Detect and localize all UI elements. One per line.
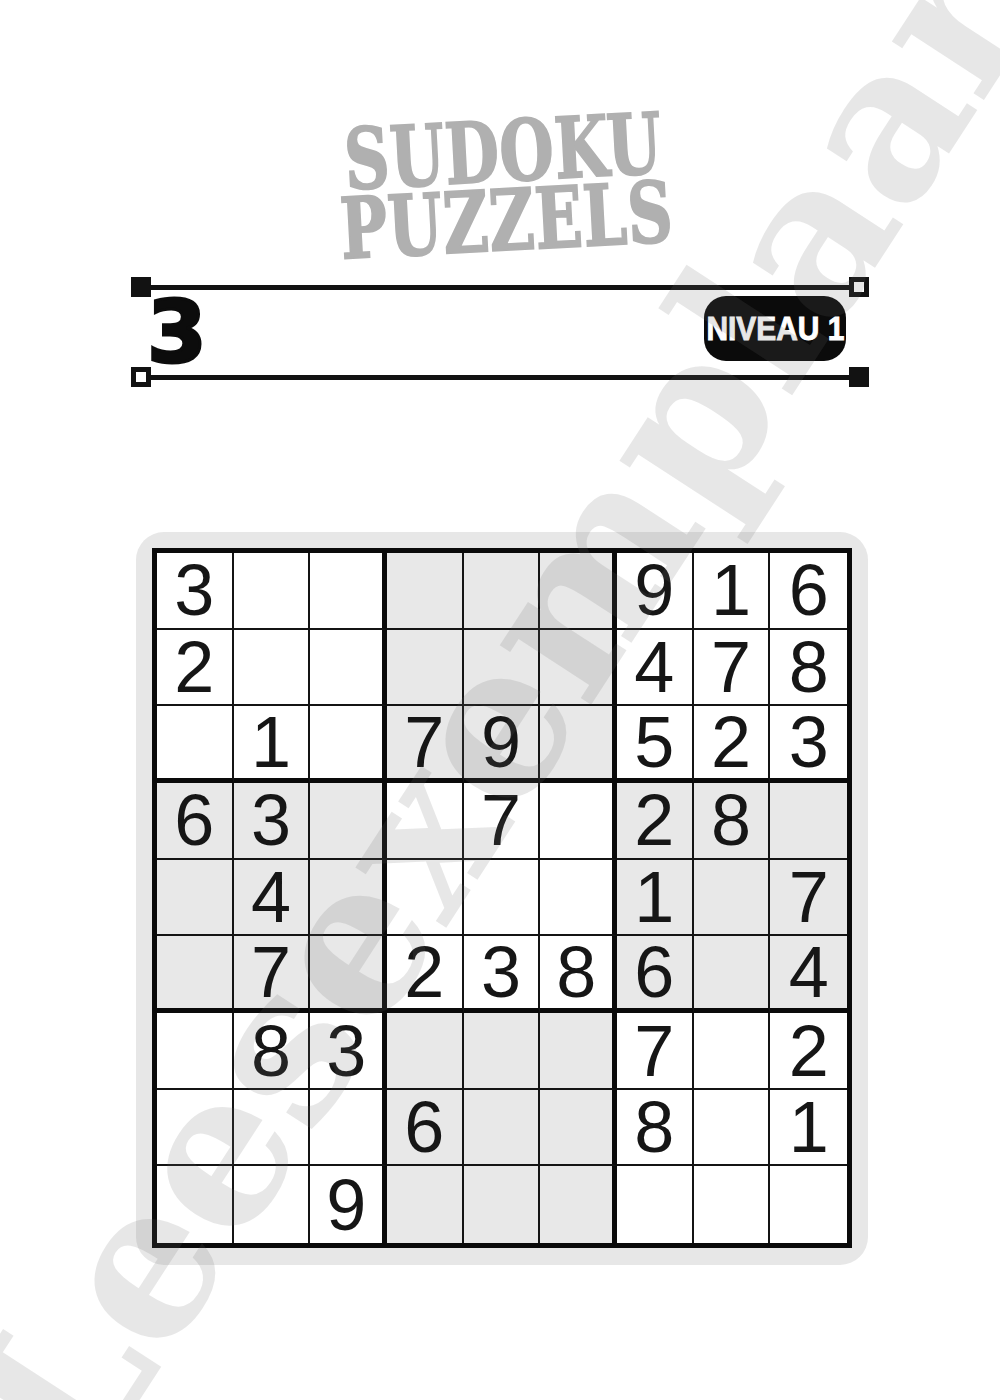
sudoku-cell-r6c9[interactable]: 4 (770, 936, 847, 1013)
sudoku-cell-r2c4[interactable] (387, 630, 464, 707)
sudoku-cell-r4c5[interactable]: 7 (464, 783, 541, 860)
sudoku-cell-r9c3[interactable]: 9 (310, 1166, 387, 1243)
sudoku-cell-r8c9[interactable]: 1 (770, 1090, 847, 1167)
sudoku-cell-r3c1[interactable] (157, 706, 234, 783)
sudoku-cell-r2c2[interactable] (234, 630, 311, 707)
board-panel: 391624781795236372841772386483726819 (136, 532, 868, 1265)
puzzle-number: 3 (147, 293, 207, 372)
sudoku-cell-r3c7[interactable]: 5 (617, 706, 694, 783)
rule-end-square-top-right (849, 277, 869, 297)
sudoku-cell-r7c8[interactable] (694, 1013, 771, 1090)
sudoku-cell-r6c8[interactable] (694, 936, 771, 1013)
sudoku-cell-r8c8[interactable] (694, 1090, 771, 1167)
sudoku-cell-r8c7[interactable]: 8 (617, 1090, 694, 1167)
sudoku-cell-r5c8[interactable] (694, 860, 771, 937)
sudoku-cell-r2c1[interactable]: 2 (157, 630, 234, 707)
sudoku-cell-r6c5[interactable]: 3 (464, 936, 541, 1013)
sudoku-cell-r8c4[interactable]: 6 (387, 1090, 464, 1167)
sudoku-cell-r6c7[interactable]: 6 (617, 936, 694, 1013)
sudoku-cell-r3c2[interactable]: 1 (234, 706, 311, 783)
header-rule-top (146, 285, 856, 290)
sudoku-cell-r4c7[interactable]: 2 (617, 783, 694, 860)
sudoku-cell-r5c3[interactable] (310, 860, 387, 937)
sudoku-cell-r5c5[interactable] (464, 860, 541, 937)
sudoku-cell-r2c3[interactable] (310, 630, 387, 707)
sudoku-cell-r6c2[interactable]: 7 (234, 936, 311, 1013)
puzzle-page: SUDOKU PUZZELS 3 NIVEAU 1 39162478179523… (0, 0, 1000, 1400)
sudoku-cell-r9c6[interactable] (540, 1166, 617, 1243)
sudoku-cell-r1c1[interactable]: 3 (157, 553, 234, 630)
sudoku-cell-r4c8[interactable]: 8 (694, 783, 771, 860)
sudoku-cell-r1c6[interactable] (540, 553, 617, 630)
sudoku-cell-r4c9[interactable] (770, 783, 847, 860)
level-badge-label: NIVEAU 1 (706, 309, 844, 348)
sudoku-cell-r3c9[interactable]: 3 (770, 706, 847, 783)
sudoku-cell-r2c6[interactable] (540, 630, 617, 707)
sudoku-cell-r4c4[interactable] (387, 783, 464, 860)
sudoku-cell-r9c1[interactable] (157, 1166, 234, 1243)
sudoku-cell-r3c6[interactable] (540, 706, 617, 783)
sudoku-cell-r4c6[interactable] (540, 783, 617, 860)
sudoku-cell-r9c7[interactable] (617, 1166, 694, 1243)
sudoku-cell-r1c7[interactable]: 9 (617, 553, 694, 630)
sudoku-cell-r3c4[interactable]: 7 (387, 706, 464, 783)
rule-end-square-bottom-right (849, 367, 869, 387)
sudoku-cell-r3c3[interactable] (310, 706, 387, 783)
sudoku-cell-r7c9[interactable]: 2 (770, 1013, 847, 1090)
sudoku-cell-r2c8[interactable]: 7 (694, 630, 771, 707)
sudoku-cell-r8c6[interactable] (540, 1090, 617, 1167)
sudoku-cell-r9c4[interactable] (387, 1166, 464, 1243)
sudoku-cell-r3c8[interactable]: 2 (694, 706, 771, 783)
sudoku-cell-r8c2[interactable] (234, 1090, 311, 1167)
sudoku-cell-r4c1[interactable]: 6 (157, 783, 234, 860)
sudoku-cell-r9c2[interactable] (234, 1166, 311, 1243)
sudoku-cell-r7c2[interactable]: 8 (234, 1013, 311, 1090)
sudoku-cell-r4c2[interactable]: 3 (234, 783, 311, 860)
sudoku-cell-r3c5[interactable]: 9 (464, 706, 541, 783)
sudoku-board: 391624781795236372841772386483726819 (152, 548, 852, 1248)
sudoku-cell-r7c5[interactable] (464, 1013, 541, 1090)
sudoku-cell-r4c3[interactable] (310, 783, 387, 860)
sudoku-cell-r1c2[interactable] (234, 553, 311, 630)
sudoku-cell-r2c5[interactable] (464, 630, 541, 707)
level-badge: NIVEAU 1 (704, 296, 846, 361)
sudoku-cell-r5c1[interactable] (157, 860, 234, 937)
sudoku-cell-r1c5[interactable] (464, 553, 541, 630)
sudoku-cell-r9c5[interactable] (464, 1166, 541, 1243)
sudoku-cell-r7c4[interactable] (387, 1013, 464, 1090)
sudoku-cell-r1c3[interactable] (310, 553, 387, 630)
sudoku-cell-r7c1[interactable] (157, 1013, 234, 1090)
sudoku-cell-r1c4[interactable] (387, 553, 464, 630)
sudoku-cell-r6c1[interactable] (157, 936, 234, 1013)
sudoku-cell-r6c4[interactable]: 2 (387, 936, 464, 1013)
sudoku-cell-r5c9[interactable]: 7 (770, 860, 847, 937)
sudoku-cell-r8c3[interactable] (310, 1090, 387, 1167)
sudoku-cell-r9c8[interactable] (694, 1166, 771, 1243)
sudoku-cell-r6c3[interactable] (310, 936, 387, 1013)
sudoku-cell-r1c9[interactable]: 6 (770, 553, 847, 630)
sudoku-cell-r8c5[interactable] (464, 1090, 541, 1167)
sudoku-cell-r1c8[interactable]: 1 (694, 553, 771, 630)
sudoku-cell-r5c4[interactable] (387, 860, 464, 937)
sudoku-cell-r2c9[interactable]: 8 (770, 630, 847, 707)
sudoku-cell-r6c6[interactable]: 8 (540, 936, 617, 1013)
header-rule-bottom (146, 375, 856, 380)
sudoku-cell-r5c6[interactable] (540, 860, 617, 937)
sudoku-cell-r7c3[interactable]: 3 (310, 1013, 387, 1090)
sudoku-cell-r5c7[interactable]: 1 (617, 860, 694, 937)
sudoku-cell-r2c7[interactable]: 4 (617, 630, 694, 707)
title-line-2: PUZZELS (339, 178, 675, 264)
sudoku-cell-r5c2[interactable]: 4 (234, 860, 311, 937)
sudoku-cell-r8c1[interactable] (157, 1090, 234, 1167)
sudoku-cell-r7c7[interactable]: 7 (617, 1013, 694, 1090)
sudoku-cell-r7c6[interactable] (540, 1013, 617, 1090)
sudoku-cell-r9c9[interactable] (770, 1166, 847, 1243)
page-title: SUDOKU PUZZELS (277, 106, 733, 267)
